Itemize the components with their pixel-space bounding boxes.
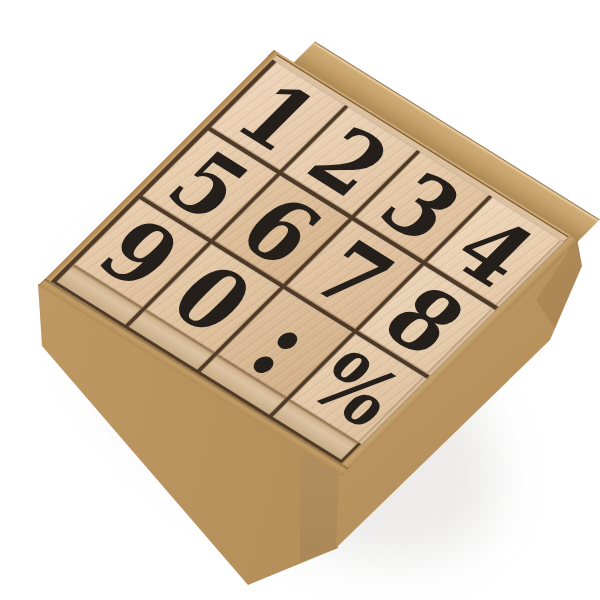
product-photo-scene: 1 2 3 4 5 6 7 8 9 0 : % xyxy=(0,0,600,600)
